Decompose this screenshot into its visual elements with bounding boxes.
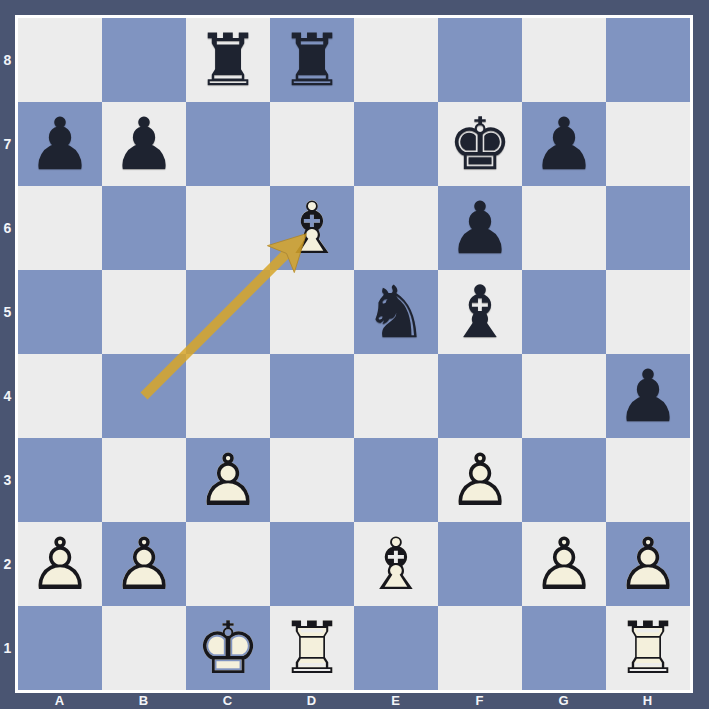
square-c7[interactable]	[186, 102, 270, 186]
square-d6[interactable]: ♝♗	[270, 186, 354, 270]
square-d1[interactable]: ♜♖	[270, 606, 354, 690]
square-h7[interactable]	[606, 102, 690, 186]
square-h6[interactable]	[606, 186, 690, 270]
rank-label-3: 3	[0, 438, 15, 522]
square-d2[interactable]	[270, 522, 354, 606]
square-d5[interactable]	[270, 270, 354, 354]
file-label-d: D	[270, 693, 354, 709]
square-g1[interactable]	[522, 606, 606, 690]
square-d8[interactable]: ♜	[270, 18, 354, 102]
square-e4[interactable]	[354, 354, 438, 438]
white-bishop[interactable]: ♝♗	[270, 186, 354, 270]
file-label-f: F	[438, 693, 522, 709]
square-b2[interactable]: ♟♙	[102, 522, 186, 606]
piece-glyph: ♟	[18, 102, 102, 186]
white-king[interactable]: ♚♔	[186, 606, 270, 690]
square-b7[interactable]: ♟	[102, 102, 186, 186]
file-label-c: C	[186, 693, 270, 709]
square-a1[interactable]	[18, 606, 102, 690]
square-c8[interactable]: ♜	[186, 18, 270, 102]
square-h3[interactable]	[606, 438, 690, 522]
piece-glyph-outline: ♖	[606, 606, 690, 690]
piece-glyph: ♟	[522, 102, 606, 186]
rank-label-7: 7	[0, 102, 15, 186]
piece-glyph: ♟	[102, 102, 186, 186]
file-label-e: E	[354, 693, 438, 709]
square-c3[interactable]: ♟♙	[186, 438, 270, 522]
white-pawn[interactable]: ♟♙	[102, 522, 186, 606]
square-c2[interactable]	[186, 522, 270, 606]
black-pawn[interactable]: ♟	[18, 102, 102, 186]
square-f7[interactable]: ♚	[438, 102, 522, 186]
white-pawn[interactable]: ♟♙	[522, 522, 606, 606]
black-pawn[interactable]: ♟	[438, 186, 522, 270]
file-label-b: B	[102, 693, 186, 709]
square-e1[interactable]	[354, 606, 438, 690]
square-f1[interactable]	[438, 606, 522, 690]
square-b5[interactable]	[102, 270, 186, 354]
piece-glyph-outline: ♙	[18, 522, 102, 606]
black-king[interactable]: ♚	[438, 102, 522, 186]
square-e2[interactable]: ♝♗	[354, 522, 438, 606]
piece-glyph-outline: ♙	[186, 438, 270, 522]
square-c4[interactable]	[186, 354, 270, 438]
square-h1[interactable]: ♜♖	[606, 606, 690, 690]
white-pawn[interactable]: ♟♙	[606, 522, 690, 606]
square-e3[interactable]	[354, 438, 438, 522]
square-f4[interactable]	[438, 354, 522, 438]
square-g4[interactable]	[522, 354, 606, 438]
square-b6[interactable]	[102, 186, 186, 270]
piece-glyph-outline: ♙	[522, 522, 606, 606]
square-b1[interactable]	[102, 606, 186, 690]
black-rook[interactable]: ♜	[270, 18, 354, 102]
white-rook[interactable]: ♜♖	[270, 606, 354, 690]
black-bishop[interactable]: ♝	[438, 270, 522, 354]
rank-label-1: 1	[0, 606, 15, 690]
rank-label-6: 6	[0, 186, 15, 270]
square-e6[interactable]	[354, 186, 438, 270]
square-c1[interactable]: ♚♔	[186, 606, 270, 690]
square-a2[interactable]: ♟♙	[18, 522, 102, 606]
file-label-h: H	[606, 693, 690, 709]
piece-glyph-outline: ♗	[354, 522, 438, 606]
piece-glyph: ♝	[438, 270, 522, 354]
square-h2[interactable]: ♟♙	[606, 522, 690, 606]
square-g8[interactable]	[522, 18, 606, 102]
square-a6[interactable]	[18, 186, 102, 270]
square-c5[interactable]	[186, 270, 270, 354]
white-pawn[interactable]: ♟♙	[438, 438, 522, 522]
black-pawn[interactable]: ♟	[606, 354, 690, 438]
black-pawn[interactable]: ♟	[102, 102, 186, 186]
square-f3[interactable]: ♟♙	[438, 438, 522, 522]
rank-label-4: 4	[0, 354, 15, 438]
piece-glyph: ♞	[354, 270, 438, 354]
piece-glyph: ♟	[438, 186, 522, 270]
square-e8[interactable]	[354, 18, 438, 102]
white-bishop[interactable]: ♝♗	[354, 522, 438, 606]
piece-glyph-outline: ♙	[606, 522, 690, 606]
square-f2[interactable]	[438, 522, 522, 606]
square-h5[interactable]	[606, 270, 690, 354]
file-labels: ABCDEFGH	[18, 693, 690, 709]
square-a8[interactable]	[18, 18, 102, 102]
piece-glyph: ♜	[186, 18, 270, 102]
square-h4[interactable]: ♟	[606, 354, 690, 438]
piece-glyph-outline: ♖	[270, 606, 354, 690]
square-f6[interactable]: ♟	[438, 186, 522, 270]
piece-glyph-outline: ♙	[102, 522, 186, 606]
black-rook[interactable]: ♜	[186, 18, 270, 102]
square-d7[interactable]	[270, 102, 354, 186]
square-f8[interactable]	[438, 18, 522, 102]
square-h8[interactable]	[606, 18, 690, 102]
board-grid: ♜♜♟♟♚♟♝♗♟♞♝♟♟♙♟♙♟♙♟♙♝♗♟♙♟♙♚♔♜♖♜♖	[18, 18, 690, 690]
rank-label-5: 5	[0, 270, 15, 354]
square-g3[interactable]	[522, 438, 606, 522]
square-a7[interactable]: ♟	[18, 102, 102, 186]
black-knight[interactable]: ♞	[354, 270, 438, 354]
square-a4[interactable]	[18, 354, 102, 438]
white-pawn[interactable]: ♟♙	[186, 438, 270, 522]
file-label-g: G	[522, 693, 606, 709]
square-a5[interactable]	[18, 270, 102, 354]
piece-glyph-outline: ♗	[270, 186, 354, 270]
square-d4[interactable]	[270, 354, 354, 438]
square-c6[interactable]	[186, 186, 270, 270]
file-label-a: A	[18, 693, 102, 709]
square-b4[interactable]	[102, 354, 186, 438]
piece-glyph: ♟	[606, 354, 690, 438]
piece-glyph-outline: ♙	[438, 438, 522, 522]
piece-glyph: ♜	[270, 18, 354, 102]
chess-board: ♜♜♟♟♚♟♝♗♟♞♝♟♟♙♟♙♟♙♟♙♝♗♟♙♟♙♚♔♜♖♜♖	[15, 15, 693, 693]
piece-glyph: ♚	[438, 102, 522, 186]
rank-label-2: 2	[0, 522, 15, 606]
square-g5[interactable]	[522, 270, 606, 354]
square-g6[interactable]	[522, 186, 606, 270]
square-g2[interactable]: ♟♙	[522, 522, 606, 606]
square-b8[interactable]	[102, 18, 186, 102]
black-pawn[interactable]: ♟	[522, 102, 606, 186]
square-a3[interactable]	[18, 438, 102, 522]
rank-label-8: 8	[0, 18, 15, 102]
square-g7[interactable]: ♟	[522, 102, 606, 186]
piece-glyph-outline: ♔	[186, 606, 270, 690]
square-f5[interactable]: ♝	[438, 270, 522, 354]
square-b3[interactable]	[102, 438, 186, 522]
square-e7[interactable]	[354, 102, 438, 186]
square-e5[interactable]: ♞	[354, 270, 438, 354]
square-d3[interactable]	[270, 438, 354, 522]
rank-labels: 87654321	[0, 18, 15, 690]
board-frame: 87654321 ♜♜♟♟♚♟♝♗♟♞♝♟♟♙♟♙♟♙♟♙♝♗♟♙♟♙♚♔♜♖♜…	[0, 0, 709, 709]
white-rook[interactable]: ♜♖	[606, 606, 690, 690]
white-pawn[interactable]: ♟♙	[18, 522, 102, 606]
